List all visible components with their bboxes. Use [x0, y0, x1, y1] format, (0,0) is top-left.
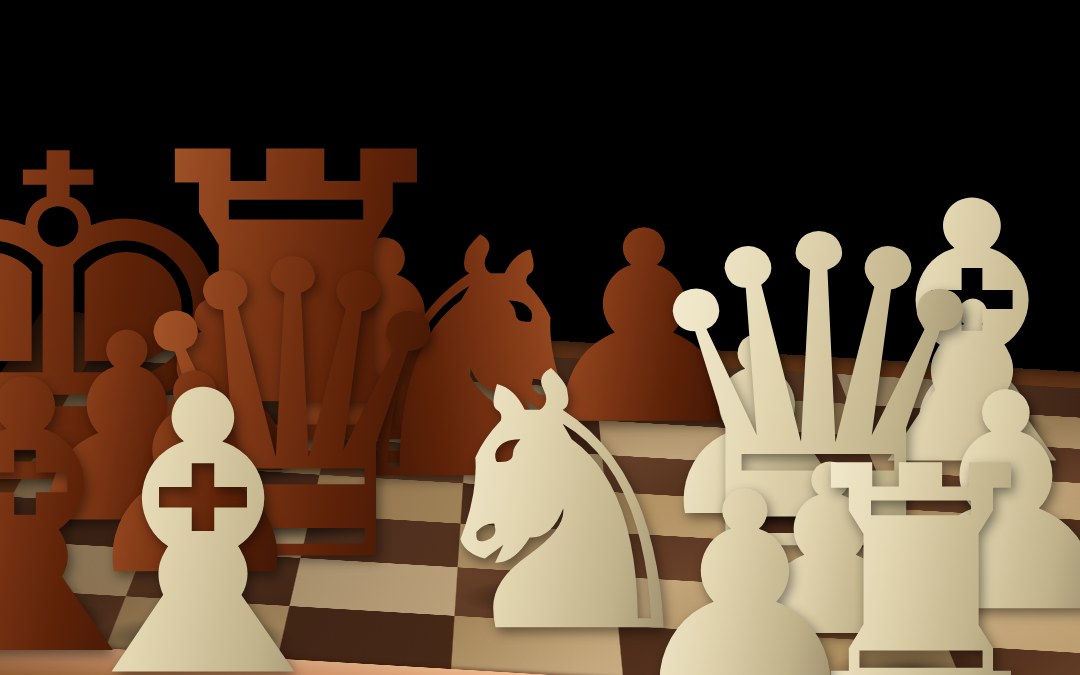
white-pawn-3[interactable]: ♟	[617, 455, 873, 675]
scene-stage: ♟♟♟♜♝♚♞♟♟♟♛♛♟♟♞♟♝♝♜♟	[0, 0, 1080, 675]
pieces-layer: ♟♟♟♜♝♚♞♟♟♟♛♛♟♟♞♟♝♝♜♟	[0, 0, 1080, 675]
white-bishop-2[interactable]: ♝	[28, 342, 378, 675]
